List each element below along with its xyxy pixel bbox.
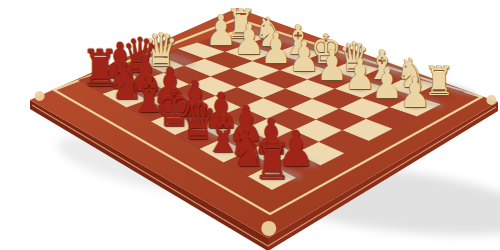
piece-contact-shadow bbox=[263, 149, 280, 154]
piece-contact-shadow bbox=[320, 58, 334, 62]
piece-contact-shadow bbox=[264, 173, 281, 179]
piece-contact-shadow bbox=[243, 49, 257, 54]
corner-inlay bbox=[234, 9, 241, 16]
piece-contact-shadow bbox=[292, 50, 306, 54]
piece-contact-shadow bbox=[298, 67, 312, 72]
piece-contact-shadow bbox=[376, 75, 390, 79]
piece-contact-shadow bbox=[142, 106, 159, 112]
piece-contact-shadow bbox=[215, 40, 229, 45]
chess-set-photo: ♜♞♝♛♚♝♞♜♟♟♟♟♟♟♟♟♛♛♟♟♟♟♟♟♟♟♜♞♝♛♚♝♞♜ bbox=[0, 0, 500, 250]
piece-contact-shadow bbox=[215, 147, 232, 153]
piece-contact-shadow bbox=[166, 120, 183, 126]
chess-board bbox=[0, 0, 500, 250]
piece-contact-shadow bbox=[353, 85, 367, 90]
piece-contact-shadow bbox=[381, 94, 395, 99]
piece-contact-shadow bbox=[326, 76, 340, 81]
corner-inlay bbox=[261, 221, 276, 236]
corner-inlay bbox=[486, 95, 496, 105]
corner-inlay bbox=[35, 91, 45, 101]
piece-contact-shadow bbox=[270, 58, 284, 63]
piece-contact-shadow bbox=[263, 42, 277, 46]
piece-contact-shadow bbox=[191, 133, 208, 139]
piece-contact-shadow bbox=[133, 67, 149, 72]
piece-contact-shadow bbox=[92, 80, 109, 86]
piece-contact-shadow bbox=[288, 162, 305, 167]
piece-contact-shadow bbox=[238, 136, 255, 141]
piece-contact-shadow bbox=[117, 93, 134, 99]
piece-contact-shadow bbox=[235, 34, 249, 38]
piece-contact-shadow bbox=[240, 160, 257, 166]
piece-contact-shadow bbox=[405, 83, 419, 87]
piece-contact-shadow bbox=[348, 66, 362, 70]
piece-contact-shadow bbox=[409, 103, 423, 108]
piece-contact-shadow bbox=[433, 91, 447, 95]
